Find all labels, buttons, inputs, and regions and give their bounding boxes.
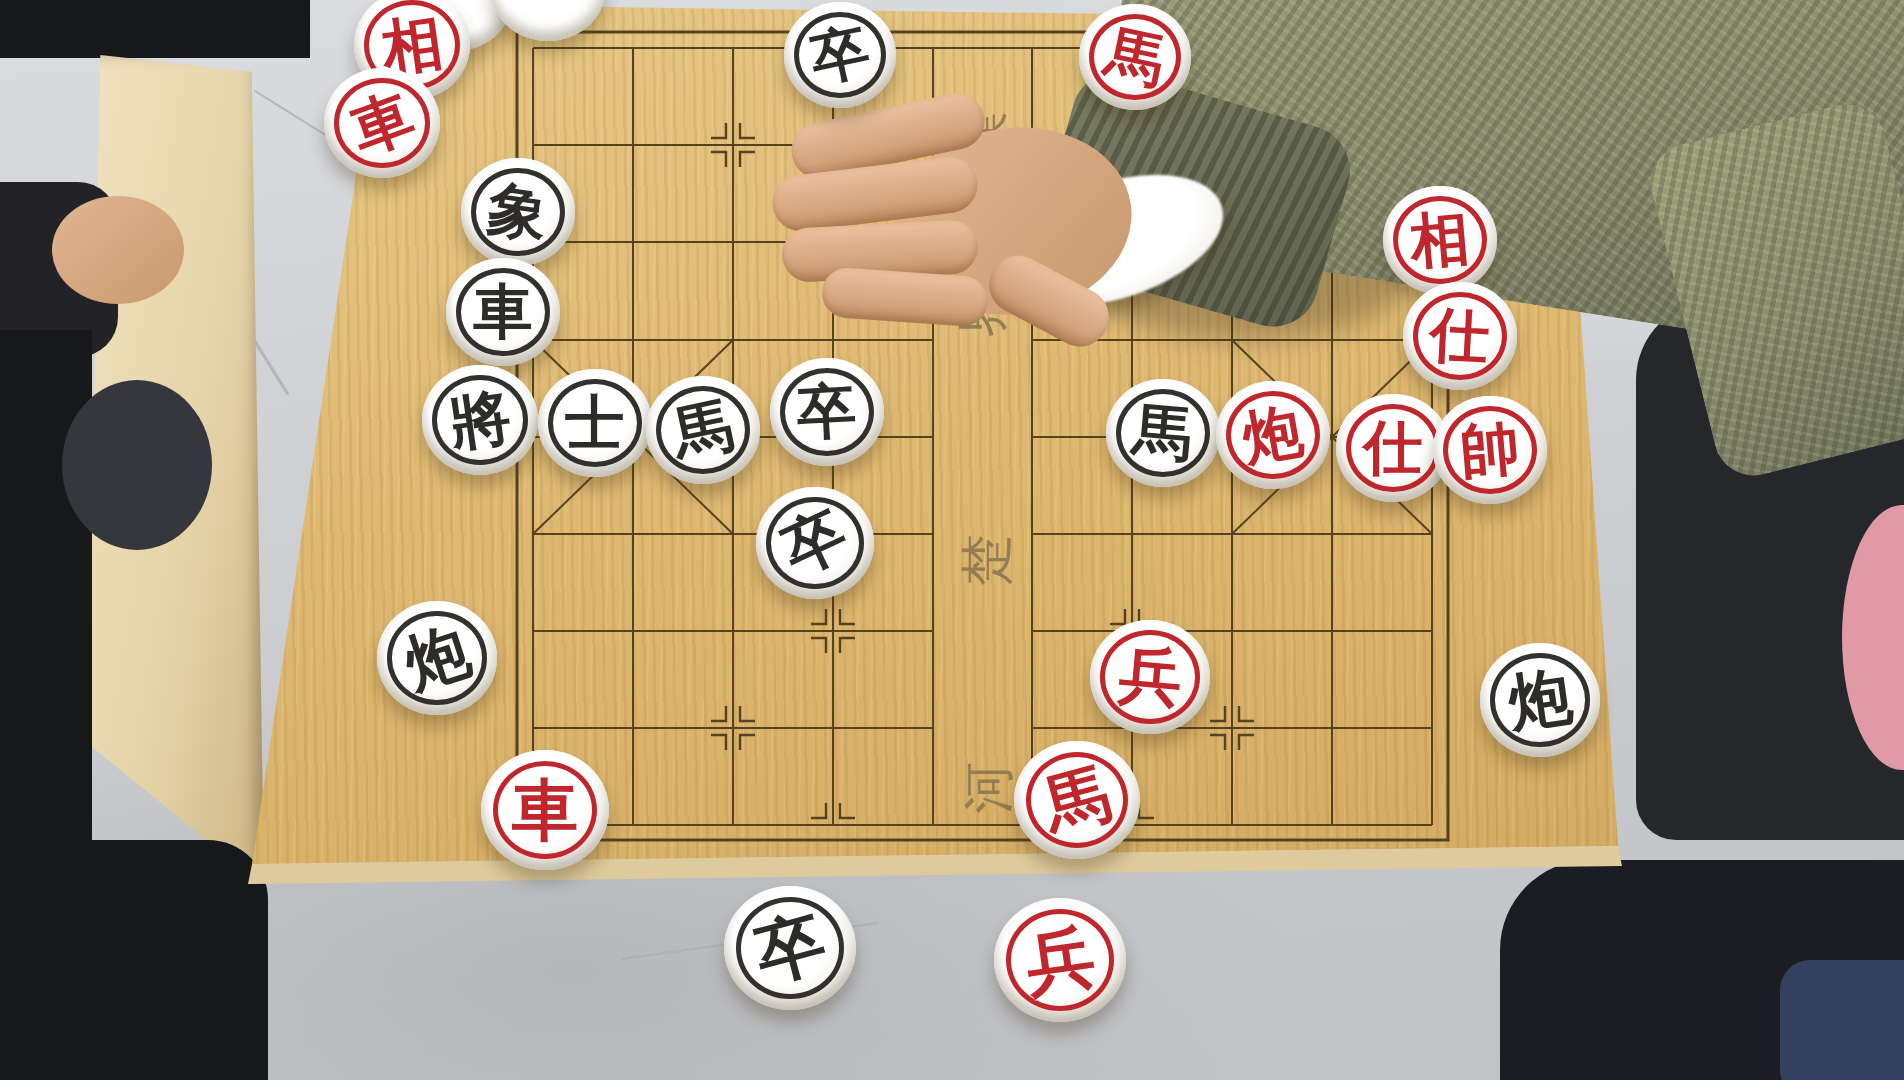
piece-black-炮-c10-r7-board[interactable]: 炮 bbox=[1480, 643, 1601, 757]
piece-character: 馬 bbox=[1131, 401, 1195, 465]
piece-black-士-c2-r5-board[interactable]: 士 bbox=[538, 369, 652, 476]
piece-red-車-c2-r8-board[interactable]: 車 bbox=[481, 750, 609, 870]
piece-red-馬-c6-r8-board[interactable]: 馬 bbox=[1014, 741, 1139, 859]
piece-character: 炮 bbox=[1505, 664, 1576, 735]
piece-red-相-c10-r3-board[interactable]: 相 bbox=[1383, 186, 1497, 293]
left-leg bbox=[0, 840, 268, 1080]
piece-black-卒-c4-r5-board[interactable]: 卒 bbox=[770, 358, 884, 465]
piece-character: 仕 bbox=[1429, 305, 1491, 367]
piece-character: 士 bbox=[565, 393, 624, 452]
piece-red-兵-c6-r9-board[interactable]: 兵 bbox=[994, 898, 1126, 1022]
piece-character: 象 bbox=[485, 179, 552, 246]
left-hand bbox=[52, 196, 184, 304]
piece-red-炮-c8-r5-board[interactable]: 炮 bbox=[1216, 381, 1330, 488]
piece-character: 將 bbox=[446, 386, 514, 454]
piece-black-馬-c7-r5-board[interactable]: 馬 bbox=[1106, 379, 1220, 486]
piece-red-仕-c10-r4-board[interactable]: 仕 bbox=[1403, 282, 1517, 389]
piece-character: 馬 bbox=[668, 395, 738, 465]
piece-character: 車 bbox=[512, 777, 578, 843]
piece-character: 兵 bbox=[1021, 921, 1099, 999]
piece-character: 兵 bbox=[1116, 643, 1184, 711]
piece-black-車-c1-r4-board[interactable]: 車 bbox=[446, 258, 560, 365]
piece-red-馬-c7-r1-board[interactable]: 馬 bbox=[1079, 4, 1191, 109]
piece-red-車-captured[interactable]: 車 bbox=[324, 68, 440, 177]
piece-character: 馬 bbox=[1101, 23, 1170, 92]
piece-black-卒-c4-r1-board[interactable]: 卒 bbox=[784, 2, 896, 107]
piece-black-象-c1-r3-board[interactable]: 象 bbox=[461, 158, 575, 265]
piece-red-兵-c7-r7-board[interactable]: 兵 bbox=[1090, 620, 1211, 734]
piece-character: 車 bbox=[473, 282, 532, 341]
piece-character: 仕 bbox=[1363, 418, 1422, 477]
photo-stage: 漢界楚河 卒象車將士馬卒馬卒炮卒炮馬相仕炮仕帥兵車馬兵相車 bbox=[0, 0, 1904, 1080]
piece-black-將-c1-r5-board[interactable]: 將 bbox=[422, 365, 538, 474]
piece-red-帥-c10-r5-board[interactable]: 帥 bbox=[1433, 396, 1547, 503]
piece-character: 卒 bbox=[806, 21, 875, 90]
piece-black-卒-c4-r9-board[interactable]: 卒 bbox=[724, 886, 856, 1010]
jeans bbox=[1780, 960, 1904, 1080]
piece-character: 炮 bbox=[1239, 401, 1308, 470]
dark-background-object bbox=[0, 0, 310, 58]
piece-black-炮-c1-r7-board[interactable]: 炮 bbox=[377, 601, 498, 715]
piece-character: 卒 bbox=[796, 381, 858, 443]
left-knee bbox=[62, 380, 212, 550]
piece-character: 帥 bbox=[1458, 418, 1522, 482]
piece-character: 相 bbox=[1408, 208, 1472, 272]
piece-black-卒-c4-r6-board[interactable]: 卒 bbox=[756, 487, 875, 598]
piece-black-馬-c3-r5-board[interactable]: 馬 bbox=[646, 376, 760, 483]
